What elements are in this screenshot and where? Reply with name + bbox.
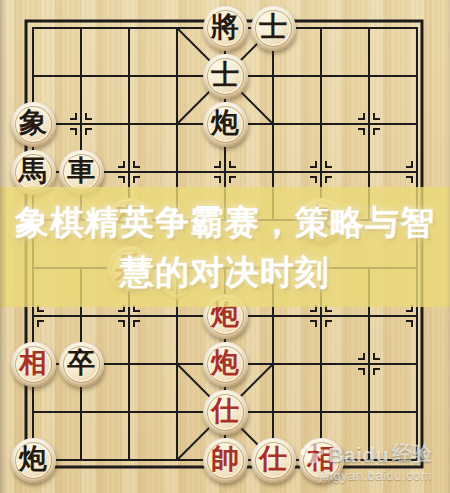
piece-red-cannon[interactable]: 炮 <box>203 342 248 387</box>
paw-icon <box>299 443 325 465</box>
xiangqi-thumbnail: 將士士象炮馬車卒象兵炮相卒炮仕炮帥仕相 象棋精英争霸赛，策略与智 慧的对决时刻 … <box>0 0 450 493</box>
piece-glyph: 炮 <box>211 349 239 377</box>
piece-glyph: 帥 <box>211 445 239 473</box>
watermark-suffix: 经验 <box>392 440 432 467</box>
title-banner: 象棋精英争霸赛，策略与智 慧的对决时刻 <box>0 187 450 307</box>
piece-black-cannon[interactable]: 炮 <box>203 102 248 147</box>
piece-glyph: 相 <box>19 349 47 377</box>
piece-glyph: 炮 <box>211 109 239 137</box>
banner-title-line1: 象棋精英争霸赛，策略与智 <box>15 197 435 247</box>
piece-red-advisor[interactable]: 仕 <box>203 390 248 435</box>
piece-glyph: 將 <box>211 13 239 41</box>
piece-black-general[interactable]: 將 <box>203 6 248 51</box>
watermark-brand: Baidu <box>328 443 389 467</box>
piece-glyph: 士 <box>211 61 239 89</box>
piece-glyph: 車 <box>67 157 95 185</box>
piece-black-advisor[interactable]: 士 <box>203 54 248 99</box>
piece-glyph: 卒 <box>67 349 95 377</box>
piece-glyph: 仕 <box>259 445 287 473</box>
piece-black-soldier[interactable]: 卒 <box>59 342 104 387</box>
piece-red-advisor[interactable]: 仕 <box>251 438 296 483</box>
piece-glyph: 士 <box>259 13 287 41</box>
piece-black-cannon[interactable]: 炮 <box>11 438 56 483</box>
piece-black-elephant[interactable]: 象 <box>11 102 56 147</box>
piece-red-general[interactable]: 帥 <box>203 438 248 483</box>
piece-glyph: 象 <box>19 109 47 137</box>
piece-glyph: 炮 <box>19 445 47 473</box>
banner-title-line2: 慧的对决时刻 <box>120 247 330 297</box>
piece-black-advisor[interactable]: 士 <box>251 6 296 51</box>
baidu-watermark: Baidu 经验 jingyan.baidu.com <box>299 440 432 483</box>
watermark-url: jingyan.baidu.com <box>299 468 432 483</box>
piece-glyph: 馬 <box>19 157 47 185</box>
piece-red-elephant[interactable]: 相 <box>11 342 56 387</box>
piece-glyph: 仕 <box>211 397 239 425</box>
